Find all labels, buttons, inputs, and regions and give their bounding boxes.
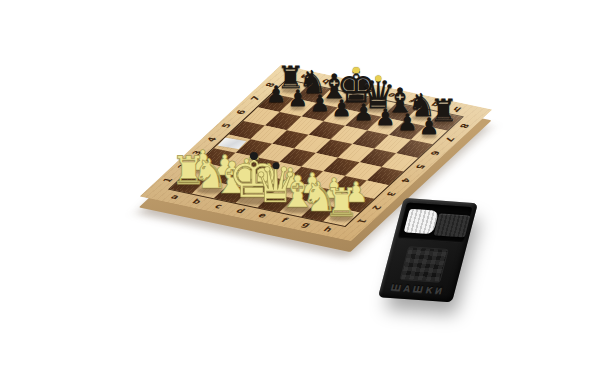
file-label-a-near: a — [169, 194, 181, 201]
file-label-h-near: h — [322, 226, 335, 233]
piece-black-pawn-d7: ♟ — [331, 97, 352, 120]
box-emblem — [400, 246, 449, 282]
piece-black-pawn-b7: ♟ — [288, 88, 309, 111]
rank-label-4-right: 4 — [399, 177, 412, 183]
rank-label-8-right: 8 — [457, 123, 470, 129]
piece-black-pawn-e7: ♟ — [353, 101, 374, 124]
chess-set-photo: aabbccddeeffgghh1122334455667788 ШАШКИ ♜… — [0, 0, 600, 380]
piece-white-rook-h1: ♜ — [324, 183, 359, 222]
box-label: ШАШКИ — [380, 282, 456, 297]
piece-black-pawn-g7: ♟ — [397, 111, 418, 134]
file-label-g-near: g — [300, 221, 313, 228]
rank-label-6-right: 6 — [428, 150, 441, 156]
piece-black-pawn-f7: ♟ — [375, 106, 396, 129]
file-label-f-near: f — [279, 217, 289, 224]
black-king-finial — [353, 67, 359, 73]
piece-black-pawn-c7: ♟ — [309, 92, 330, 115]
file-label-c-near: c — [213, 203, 225, 210]
piece-black-pawn-h7: ♟ — [419, 115, 440, 138]
rank-label-2-right: 2 — [369, 205, 382, 211]
black-checkers-stack — [434, 213, 471, 237]
rank-label-6-left: 6 — [235, 109, 248, 115]
rank-label-7-left: 7 — [249, 96, 262, 102]
piece-black-pawn-a7: ♟ — [266, 83, 287, 106]
checkers-tray — [398, 203, 473, 244]
file-label-b-near: b — [190, 198, 203, 205]
rank-label-7-right: 7 — [442, 136, 455, 142]
rank-label-4-left: 4 — [205, 136, 218, 142]
rank-label-3-right: 3 — [384, 191, 397, 197]
rank-label-5-right: 5 — [413, 164, 426, 170]
rank-label-5-left: 5 — [220, 123, 233, 129]
black-queen-finial — [375, 76, 381, 82]
